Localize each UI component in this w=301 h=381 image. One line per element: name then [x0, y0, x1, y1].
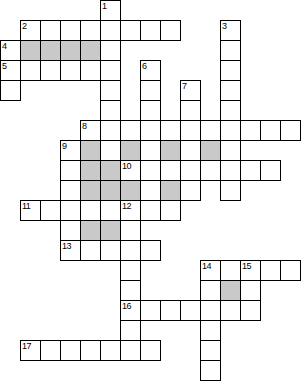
- crossword-cell[interactable]: [80, 240, 101, 261]
- crossword-cell[interactable]: [160, 20, 181, 41]
- crossword-cell[interactable]: [180, 140, 201, 161]
- crossword-cell[interactable]: [20, 200, 41, 221]
- crossword-cell-shaded[interactable]: [100, 180, 121, 201]
- crossword-cell[interactable]: [160, 120, 181, 141]
- crossword-cell[interactable]: [200, 340, 221, 361]
- crossword-cell[interactable]: [120, 320, 141, 341]
- crossword-cell[interactable]: [60, 140, 81, 161]
- crossword-cell[interactable]: [240, 300, 261, 321]
- crossword-grid: 1234567891011121314151617: [0, 0, 301, 381]
- crossword-cell[interactable]: [180, 80, 201, 101]
- crossword-cell[interactable]: [200, 320, 221, 341]
- crossword-cell[interactable]: [260, 260, 281, 281]
- crossword-cell[interactable]: [20, 60, 41, 81]
- crossword-cell[interactable]: [100, 120, 121, 141]
- crossword-cell[interactable]: [220, 120, 241, 141]
- crossword-cell[interactable]: [40, 20, 61, 41]
- crossword-cell[interactable]: [80, 120, 101, 141]
- crossword-cell[interactable]: [0, 60, 21, 81]
- crossword-cell[interactable]: [180, 160, 201, 181]
- crossword-cell[interactable]: [60, 200, 81, 221]
- crossword-cell[interactable]: [180, 300, 201, 321]
- crossword-cell-shaded[interactable]: [80, 140, 101, 161]
- crossword-cell-shaded[interactable]: [160, 180, 181, 201]
- crossword-cell[interactable]: [20, 340, 41, 361]
- crossword-cell[interactable]: [40, 200, 61, 221]
- crossword-cell[interactable]: [120, 240, 141, 261]
- crossword-cell[interactable]: [140, 300, 161, 321]
- crossword-cell-shaded[interactable]: [20, 40, 41, 61]
- crossword-cell[interactable]: [260, 160, 281, 181]
- crossword-cell[interactable]: [180, 180, 201, 201]
- crossword-cell[interactable]: [220, 40, 241, 61]
- crossword-cell-shaded[interactable]: [120, 180, 141, 201]
- crossword-cell[interactable]: [140, 140, 161, 161]
- crossword-cell[interactable]: [100, 60, 121, 81]
- crossword-cell[interactable]: [220, 80, 241, 101]
- crossword-cell[interactable]: [220, 60, 241, 81]
- crossword-cell[interactable]: [180, 100, 201, 121]
- crossword-cell[interactable]: [60, 180, 81, 201]
- crossword-cell[interactable]: [60, 20, 81, 41]
- crossword-cell[interactable]: [280, 260, 301, 281]
- crossword-cell-shaded[interactable]: [60, 40, 81, 61]
- crossword-cell[interactable]: [60, 160, 81, 181]
- crossword-cell[interactable]: [40, 60, 61, 81]
- crossword-cell[interactable]: [160, 300, 181, 321]
- crossword-cell[interactable]: [80, 20, 101, 41]
- crossword-cell[interactable]: [220, 260, 241, 281]
- crossword-cell[interactable]: [240, 160, 261, 181]
- crossword-cell[interactable]: [120, 200, 141, 221]
- crossword-cell[interactable]: [200, 360, 221, 381]
- crossword-cell[interactable]: [120, 300, 141, 321]
- crossword-cell[interactable]: [100, 20, 121, 41]
- crossword-cell-shaded[interactable]: [80, 160, 101, 181]
- crossword-cell[interactable]: [140, 100, 161, 121]
- crossword-cell[interactable]: [120, 20, 141, 41]
- crossword-cell[interactable]: [80, 200, 101, 221]
- crossword-cell[interactable]: [100, 80, 121, 101]
- crossword-cell[interactable]: [220, 160, 241, 181]
- crossword-cell[interactable]: [140, 180, 161, 201]
- crossword-cell-shaded[interactable]: [100, 220, 121, 241]
- crossword-cell[interactable]: [140, 60, 161, 81]
- crossword-cell[interactable]: [100, 100, 121, 121]
- crossword-cell[interactable]: [200, 160, 221, 181]
- crossword-cell[interactable]: [100, 0, 121, 21]
- crossword-cell-shaded[interactable]: [40, 40, 61, 61]
- crossword-cell[interactable]: [140, 200, 161, 221]
- crossword-cell[interactable]: [200, 260, 221, 281]
- crossword-cell[interactable]: [140, 120, 161, 141]
- crossword-cell[interactable]: [280, 120, 301, 141]
- crossword-cell[interactable]: [120, 220, 141, 241]
- crossword-cell[interactable]: [120, 120, 141, 141]
- crossword-cell[interactable]: [60, 60, 81, 81]
- crossword-cell-shaded[interactable]: [80, 180, 101, 201]
- crossword-cell[interactable]: [120, 340, 141, 361]
- crossword-cell[interactable]: [60, 220, 81, 241]
- crossword-cell[interactable]: [40, 340, 61, 361]
- crossword-cell[interactable]: [140, 340, 161, 361]
- crossword-cell[interactable]: [100, 340, 121, 361]
- crossword-cell[interactable]: [20, 20, 41, 41]
- crossword-cell[interactable]: [260, 120, 281, 141]
- crossword-cell[interactable]: [160, 160, 181, 181]
- crossword-cell[interactable]: [140, 80, 161, 101]
- crossword-cell[interactable]: [60, 340, 81, 361]
- crossword-cell[interactable]: [180, 120, 201, 141]
- crossword-cell[interactable]: [120, 260, 141, 281]
- crossword-cell[interactable]: [100, 140, 121, 161]
- crossword-cell-shaded[interactable]: [200, 140, 221, 161]
- crossword-cell-shaded[interactable]: [80, 220, 101, 241]
- crossword-cell[interactable]: [100, 40, 121, 61]
- crossword-cell[interactable]: [220, 140, 241, 161]
- crossword-cell[interactable]: [100, 200, 121, 221]
- crossword-cell[interactable]: [240, 260, 261, 281]
- crossword-cell[interactable]: [140, 160, 161, 181]
- crossword-cell-shaded[interactable]: [160, 140, 181, 161]
- crossword-cell[interactable]: [140, 20, 161, 41]
- crossword-cell[interactable]: [240, 120, 261, 141]
- crossword-cell-shaded[interactable]: [120, 140, 141, 161]
- crossword-cell[interactable]: [80, 60, 101, 81]
- crossword-cell[interactable]: [220, 20, 241, 41]
- crossword-cell[interactable]: [220, 100, 241, 121]
- crossword-cell[interactable]: [80, 340, 101, 361]
- crossword-cell[interactable]: [120, 280, 141, 301]
- crossword-cell[interactable]: [60, 240, 81, 261]
- crossword-cell[interactable]: [240, 280, 261, 301]
- crossword-cell[interactable]: [200, 280, 221, 301]
- crossword-cell[interactable]: [100, 240, 121, 261]
- crossword-cell[interactable]: [200, 120, 221, 141]
- crossword-cell[interactable]: [220, 180, 241, 201]
- crossword-cell-shaded[interactable]: [100, 160, 121, 181]
- crossword-cell[interactable]: [0, 80, 21, 101]
- crossword-cell[interactable]: [160, 200, 181, 221]
- crossword-cell[interactable]: [120, 160, 141, 181]
- crossword-cell[interactable]: [200, 300, 221, 321]
- crossword-cell[interactable]: [0, 40, 21, 61]
- crossword-cell-shaded[interactable]: [220, 280, 241, 301]
- crossword-cell[interactable]: [220, 300, 241, 321]
- crossword-cell-shaded[interactable]: [80, 40, 101, 61]
- crossword-cell[interactable]: [140, 240, 161, 261]
